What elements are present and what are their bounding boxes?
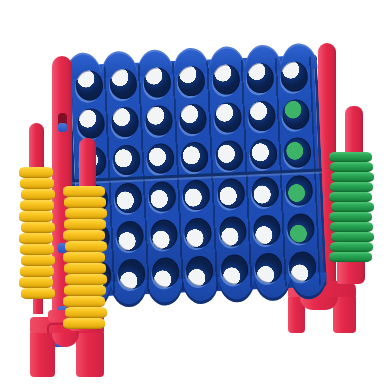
yellow-disc [63, 296, 105, 307]
board-cell-r6c4 [182, 251, 218, 290]
empty-hole [77, 108, 105, 139]
empty-hole [253, 214, 281, 245]
board-cell-r1c7 [277, 57, 313, 96]
yellow-disc [65, 241, 107, 252]
board-cell-r3c6 [246, 134, 282, 173]
empty-hole [184, 217, 212, 248]
empty-hole [116, 220, 144, 251]
board-cell-r4c7 [282, 171, 318, 210]
board-cell-r2c2 [107, 102, 143, 141]
empty-hole [147, 143, 175, 174]
yellow-disc [64, 263, 106, 274]
empty-hole [287, 213, 315, 244]
empty-hole [114, 182, 142, 213]
left-leg-foot-left [30, 333, 55, 377]
board-cell-r5c5 [215, 212, 251, 251]
board-cell-r6c2 [114, 254, 150, 293]
yellow-disc [63, 230, 105, 241]
empty-hole [183, 179, 211, 210]
empty-hole [181, 141, 209, 172]
green-disc [331, 172, 374, 182]
yellow-disc [65, 307, 107, 318]
yellow-disc [65, 274, 107, 285]
empty-hole [284, 137, 312, 168]
empty-hole [186, 255, 214, 286]
board-cell-r5c7 [283, 209, 319, 248]
empty-hole [220, 254, 248, 285]
empty-hole [248, 100, 276, 131]
empty-hole [113, 144, 141, 175]
board-cell-r4c3 [145, 177, 181, 216]
green-disc [331, 202, 374, 212]
green-disc [329, 212, 372, 222]
empty-hole [254, 252, 282, 283]
board-cell-r6c7 [285, 247, 321, 286]
green-disc [330, 222, 373, 232]
board-cell-r1c5 [208, 60, 244, 99]
empty-hole [289, 251, 317, 282]
yellow-disc [21, 255, 55, 266]
connector-peg [58, 123, 67, 132]
green-disc [330, 242, 373, 252]
empty-hole [150, 219, 178, 250]
empty-hole [212, 64, 240, 95]
board-cell-r1c4 [174, 61, 210, 100]
yellow-disc-stack-inner [64, 186, 106, 329]
board-cell-r3c5 [211, 136, 247, 175]
empty-hole [250, 138, 278, 169]
board-cell-r6c5 [216, 250, 252, 289]
board-cell-r5c3 [146, 215, 182, 254]
board-cell-r3c7 [280, 133, 316, 172]
yellow-disc [21, 189, 55, 200]
empty-hole [117, 258, 145, 289]
green-disc [329, 192, 372, 202]
board-cell-r3c4 [177, 137, 213, 176]
green-disc [329, 152, 372, 162]
board-cell-r1c1 [71, 66, 107, 105]
board-cell-r2c5 [210, 98, 246, 137]
empty-hole [145, 105, 173, 136]
empty-hole [285, 175, 313, 206]
green-disc-stack [330, 152, 373, 262]
board-cell-r4c5 [213, 174, 249, 213]
product-photo-giant-connect-four [0, 0, 390, 390]
empty-hole [109, 69, 137, 100]
yellow-disc [63, 252, 105, 263]
board-cell-r2c1 [73, 104, 109, 143]
yellow-disc-stack-outer [20, 167, 54, 299]
board-cell-r4c2 [110, 178, 146, 217]
yellow-disc [20, 200, 54, 211]
yellow-disc [64, 197, 106, 208]
empty-hole [143, 67, 171, 98]
empty-hole [178, 66, 206, 97]
board-cell-r5c6 [249, 210, 285, 249]
empty-hole [246, 63, 274, 94]
empty-hole [217, 178, 245, 209]
yellow-disc [20, 266, 54, 277]
board-cell-r1c2 [105, 64, 141, 103]
board-cell-r3c3 [143, 139, 179, 178]
yellow-disc [19, 233, 53, 244]
empty-hole [215, 140, 243, 171]
yellow-disc [65, 208, 107, 219]
empty-hole [111, 106, 139, 137]
board-cell-r2c7 [278, 95, 314, 134]
board-cell-r4c6 [247, 172, 283, 211]
yellow-disc [63, 186, 105, 197]
board-cell-r6c6 [251, 248, 287, 287]
empty-hole [75, 70, 103, 101]
empty-hole [251, 176, 279, 207]
yellow-disc [20, 178, 54, 189]
board-cell-r3c2 [109, 140, 145, 179]
board-cell-r1c3 [140, 63, 176, 102]
yellow-disc [20, 244, 54, 255]
yellow-disc [19, 277, 53, 288]
board-cell-r2c3 [141, 101, 177, 140]
yellow-disc [64, 285, 106, 296]
empty-hole [280, 61, 308, 92]
green-disc [330, 162, 373, 172]
empty-hole [219, 216, 247, 247]
yellow-disc [19, 167, 53, 178]
board-cell-r2c4 [176, 99, 212, 138]
yellow-disc [63, 318, 105, 329]
board-cell-r5c2 [112, 216, 148, 255]
green-disc [331, 232, 374, 242]
yellow-disc [19, 211, 53, 222]
empty-hole [152, 257, 180, 288]
yellow-disc [21, 222, 55, 233]
board-cell-r6c3 [148, 253, 184, 292]
empty-hole [179, 103, 207, 134]
yellow-disc [64, 219, 106, 230]
empty-hole [148, 181, 176, 212]
board-cell-r4c4 [179, 175, 215, 214]
board-cell-r1c6 [242, 58, 278, 97]
board-cell-r5c4 [181, 213, 217, 252]
left-leg-foot-right [76, 333, 104, 377]
green-disc [329, 252, 372, 262]
empty-hole [282, 99, 310, 130]
yellow-disc [21, 288, 55, 299]
green-disc [330, 182, 373, 192]
empty-hole [214, 102, 242, 133]
board-cell-r2c6 [244, 96, 280, 135]
